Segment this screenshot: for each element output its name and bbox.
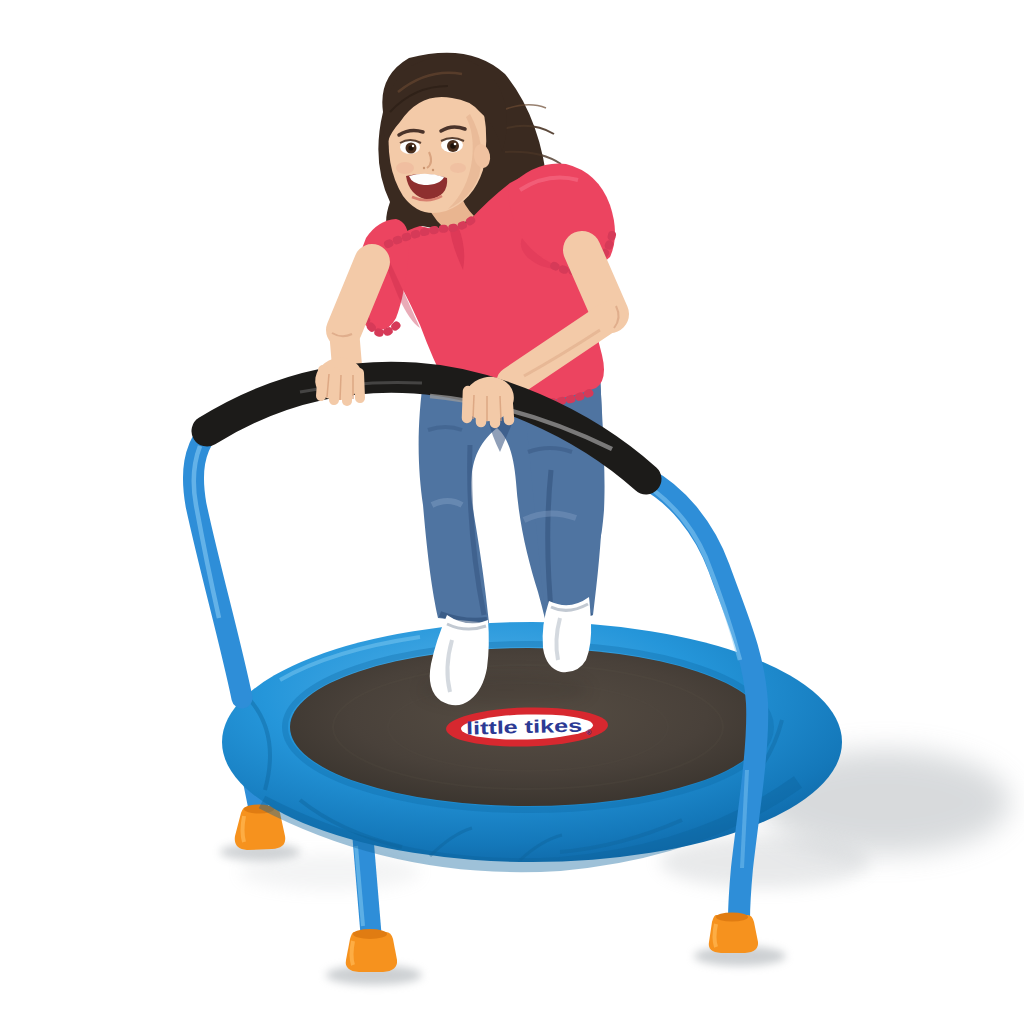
handlebar-pole-left bbox=[193, 433, 242, 698]
finger bbox=[334, 372, 335, 400]
finger bbox=[467, 391, 468, 418]
nostril bbox=[432, 169, 434, 171]
finger-gap bbox=[473, 395, 474, 419]
leg-right-foot-highlight bbox=[715, 924, 717, 947]
product-photo: little tikes ® bbox=[0, 0, 1024, 1024]
trampoline-mat: little tikes ® bbox=[290, 648, 766, 806]
finger bbox=[321, 370, 323, 396]
eye-highlight bbox=[454, 143, 457, 146]
nostril bbox=[423, 167, 425, 169]
finger bbox=[359, 373, 360, 398]
leg-right-foot-rim bbox=[716, 913, 748, 922]
logo-text: little tikes bbox=[466, 716, 582, 739]
leg-front-foot-highlight bbox=[352, 941, 354, 965]
finger bbox=[494, 394, 495, 423]
finger-gap bbox=[500, 396, 501, 421]
leg-front-foot-rim bbox=[353, 929, 387, 939]
eye-highlight bbox=[412, 145, 414, 147]
scene: little tikes ® bbox=[0, 0, 1024, 1024]
finger bbox=[507, 394, 509, 420]
leg-left-foot-highlight bbox=[243, 816, 245, 842]
cheek-blush bbox=[396, 162, 414, 174]
finger-gap bbox=[340, 375, 341, 400]
sock-right bbox=[543, 597, 592, 672]
arm-left bbox=[332, 262, 372, 366]
cheek-blush bbox=[450, 163, 466, 173]
